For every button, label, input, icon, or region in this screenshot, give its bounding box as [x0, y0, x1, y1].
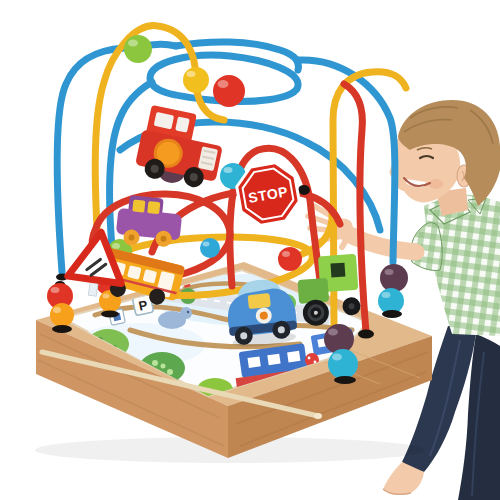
product-photo: P: [0, 0, 500, 500]
bead-yellow: [183, 67, 209, 93]
red-wire: [344, 84, 366, 332]
bead-red: [213, 75, 245, 107]
bead-green: [124, 35, 152, 63]
product-photo-scene: P: [0, 0, 500, 500]
cheek-blush: [429, 179, 443, 189]
stop-sign-grommet: [298, 185, 310, 195]
dowel-tip: [314, 413, 322, 419]
bead-stack-right: [378, 264, 408, 318]
bead-red: [278, 247, 302, 271]
bead-blue: [200, 238, 220, 258]
